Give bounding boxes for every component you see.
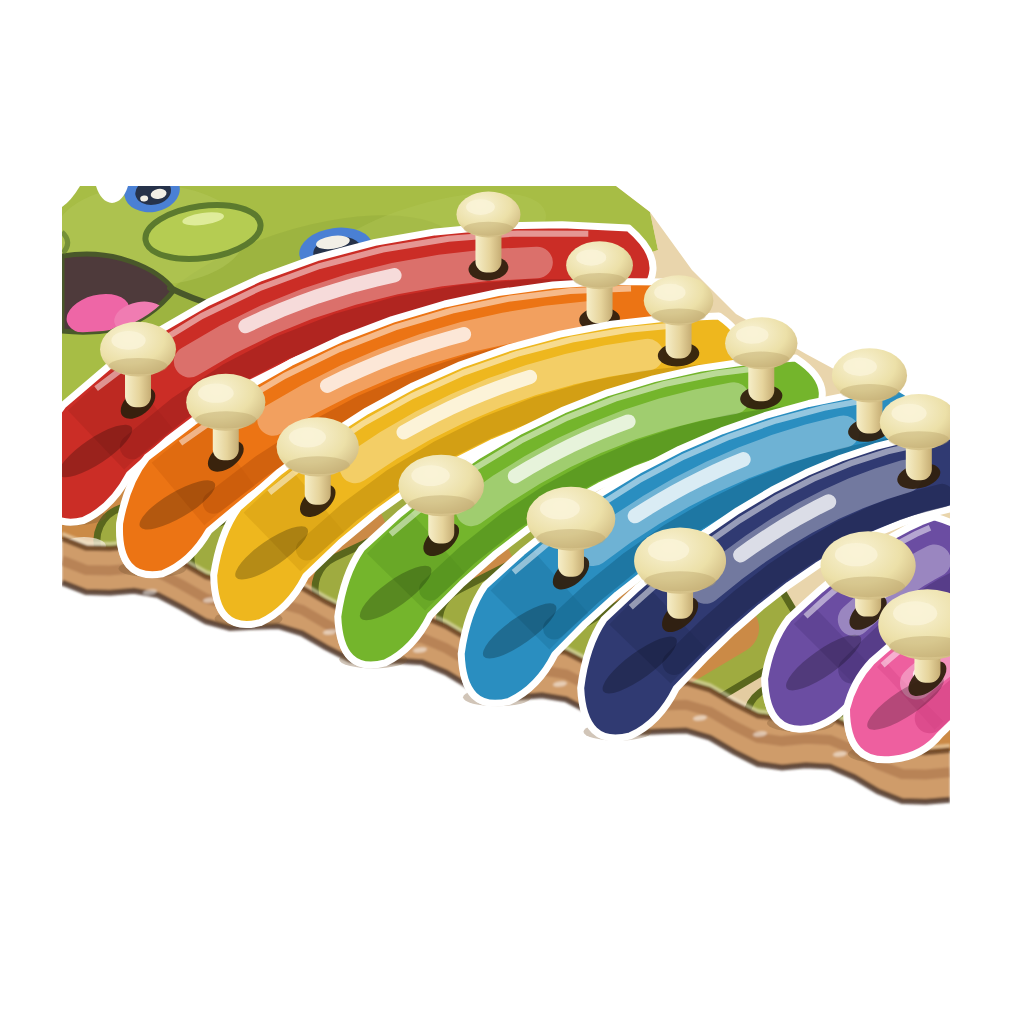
photo-crop [6,165,1024,836]
photo-toy-xylophone: Close-up angled photo of a children's wo… [0,0,1024,1024]
photo-canvas: Close-up angled photo of a children's wo… [0,0,1024,1024]
xylophone-scene [0,0,1024,1024]
